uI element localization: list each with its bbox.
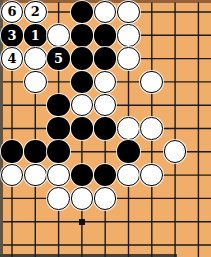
board-cell[interactable] [117, 47, 140, 70]
black-stone [71, 117, 94, 140]
board-cell[interactable] [47, 94, 70, 117]
board-cell[interactable] [163, 233, 186, 256]
white-stone [117, 47, 140, 70]
board-cell[interactable] [0, 163, 23, 186]
white-stone [24, 71, 47, 94]
board-cell[interactable] [187, 117, 210, 140]
white-stone [47, 187, 70, 210]
board-cell[interactable] [0, 187, 23, 210]
board-cell[interactable] [0, 94, 23, 117]
white-stone [94, 187, 117, 210]
black-stone [71, 47, 94, 70]
board-cell[interactable] [94, 47, 117, 70]
move-number-label: 4 [7, 52, 16, 65]
white-stone [94, 1, 117, 24]
board-cell[interactable] [117, 187, 140, 210]
white-stone [117, 117, 140, 140]
board-cell[interactable] [24, 70, 47, 93]
board-cell[interactable] [187, 24, 210, 47]
board-cell[interactable] [117, 94, 140, 117]
board-cell[interactable] [94, 24, 117, 47]
board-cell[interactable] [94, 94, 117, 117]
board-cell[interactable] [140, 94, 163, 117]
board-cell[interactable] [140, 117, 163, 140]
board-cell[interactable] [0, 117, 23, 140]
black-stone: 3 [1, 24, 24, 47]
board-cell[interactable] [163, 94, 186, 117]
board-cell[interactable] [47, 163, 70, 186]
board-cell[interactable] [24, 187, 47, 210]
board-cell[interactable] [187, 187, 210, 210]
board-cell[interactable] [187, 140, 210, 163]
go-grid: 623145 [0, 0, 210, 256]
board-cell[interactable] [24, 94, 47, 117]
board-cell[interactable] [187, 233, 210, 256]
white-stone: 4 [1, 47, 24, 70]
board-cell[interactable]: 1 [24, 24, 47, 47]
board-cell[interactable] [47, 0, 70, 23]
white-stone [71, 187, 94, 210]
move-number-label: 3 [7, 28, 16, 41]
board-cell[interactable] [0, 233, 23, 256]
board-cell[interactable] [24, 47, 47, 70]
board-cell[interactable] [24, 140, 47, 163]
board-cell[interactable] [47, 187, 70, 210]
white-stone [47, 164, 70, 187]
black-stone [47, 117, 70, 140]
board-cell[interactable] [163, 0, 186, 23]
black-stone [47, 140, 70, 163]
white-stone [24, 164, 47, 187]
board-cell[interactable] [70, 94, 93, 117]
board-cell[interactable] [0, 210, 23, 233]
white-stone [164, 140, 187, 163]
board-cell[interactable] [117, 233, 140, 256]
board-cell[interactable] [187, 210, 210, 233]
move-number-label: 1 [31, 28, 40, 41]
board-cell[interactable] [163, 210, 186, 233]
board-cell[interactable] [94, 210, 117, 233]
board-cell[interactable] [94, 163, 117, 186]
white-stone: 2 [24, 1, 47, 24]
black-stone [117, 140, 140, 163]
black-stone: 5 [47, 47, 70, 70]
board-cell[interactable] [70, 187, 93, 210]
move-number-label: 6 [7, 5, 16, 18]
board-cell[interactable] [24, 210, 47, 233]
board-cell[interactable] [94, 70, 117, 93]
board-cell[interactable] [24, 117, 47, 140]
board-cell[interactable] [140, 233, 163, 256]
white-stone [117, 1, 140, 24]
go-board-diagram: 623145 [0, 0, 211, 257]
board-cell[interactable] [70, 140, 93, 163]
board-cell[interactable] [94, 187, 117, 210]
board-cell[interactable] [47, 140, 70, 163]
white-stone [24, 47, 47, 70]
board-cell[interactable] [140, 24, 163, 47]
white-stone [71, 94, 94, 117]
board-cell[interactable] [117, 70, 140, 93]
black-stone [24, 140, 47, 163]
black-stone [1, 140, 24, 163]
board-cell[interactable] [47, 70, 70, 93]
board-cell[interactable] [94, 117, 117, 140]
board-cell[interactable] [163, 163, 186, 186]
white-stone [140, 117, 163, 140]
move-number-label: 2 [31, 5, 40, 18]
black-stone [71, 24, 94, 47]
board-cell[interactable] [70, 70, 93, 93]
white-stone [140, 164, 163, 187]
board-cell[interactable] [117, 140, 140, 163]
board-cell[interactable] [140, 140, 163, 163]
board-cell[interactable] [70, 163, 93, 186]
board-cell[interactable] [0, 70, 23, 93]
board-cell[interactable] [163, 24, 186, 47]
black-stone [71, 1, 94, 24]
board-cell[interactable] [94, 140, 117, 163]
white-stone [1, 164, 24, 187]
board-cell[interactable] [187, 163, 210, 186]
black-stone [71, 71, 94, 94]
board-cell[interactable] [187, 0, 210, 23]
board-cell[interactable] [70, 210, 93, 233]
board-cell[interactable] [117, 0, 140, 23]
board-cell[interactable]: 5 [47, 47, 70, 70]
board-cell[interactable] [70, 24, 93, 47]
white-stone [117, 24, 140, 47]
board-cell[interactable] [163, 187, 186, 210]
board-cell[interactable] [187, 94, 210, 117]
board-cell[interactable] [70, 117, 93, 140]
white-stone: 6 [1, 1, 24, 24]
board-cell[interactable] [140, 70, 163, 93]
black-stone [94, 164, 117, 187]
move-number-label: 5 [54, 52, 63, 65]
board-cell[interactable] [70, 233, 93, 256]
white-stone [117, 164, 140, 187]
board-cell[interactable] [163, 70, 186, 93]
star-point-marker [79, 219, 85, 225]
board-cell[interactable] [47, 117, 70, 140]
board-cell[interactable] [117, 24, 140, 47]
board-cell[interactable] [163, 140, 186, 163]
board-cell[interactable] [187, 47, 210, 70]
black-stone [94, 117, 117, 140]
board-cell[interactable] [70, 0, 93, 23]
board-cell[interactable] [24, 163, 47, 186]
board-cell[interactable] [117, 210, 140, 233]
black-stone [94, 24, 117, 47]
board-cell[interactable] [94, 233, 117, 256]
board-cell[interactable] [117, 117, 140, 140]
board-cell[interactable] [70, 47, 93, 70]
black-stone [94, 47, 117, 70]
black-stone [71, 164, 94, 187]
board-cell[interactable]: 4 [0, 47, 23, 70]
board-cell[interactable] [0, 140, 23, 163]
board-cell[interactable] [47, 24, 70, 47]
white-stone [47, 24, 70, 47]
board-cell[interactable] [24, 233, 47, 256]
board-cell[interactable]: 3 [0, 24, 23, 47]
board-cell[interactable] [47, 210, 70, 233]
board-cell[interactable] [187, 70, 210, 93]
board-cell[interactable]: 2 [24, 0, 47, 23]
black-stone [47, 94, 70, 117]
board-cell[interactable] [140, 47, 163, 70]
board-cell[interactable] [140, 187, 163, 210]
board-cell[interactable] [47, 233, 70, 256]
board-cell[interactable] [94, 0, 117, 23]
white-stone [94, 94, 117, 117]
board-cell[interactable]: 6 [0, 0, 23, 23]
board-cell[interactable] [163, 47, 186, 70]
board-cell[interactable] [140, 0, 163, 23]
white-stone [94, 71, 117, 94]
white-stone [140, 71, 163, 94]
board-cell[interactable] [163, 117, 186, 140]
board-cell[interactable] [117, 163, 140, 186]
board-cell[interactable] [140, 163, 163, 186]
board-cell[interactable] [140, 210, 163, 233]
black-stone: 1 [24, 24, 47, 47]
